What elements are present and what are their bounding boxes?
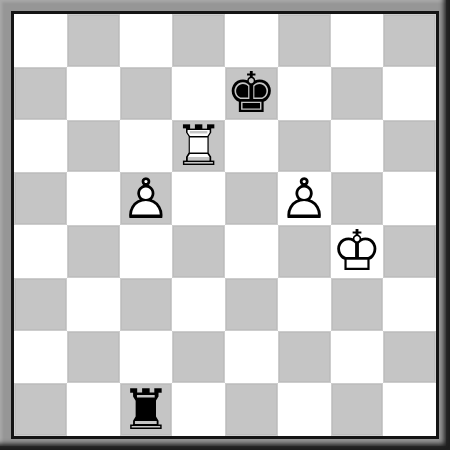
- square-d6[interactable]: ♜♖: [172, 120, 225, 173]
- square-f8[interactable]: [278, 14, 331, 67]
- black-king[interactable]: ♚: [225, 67, 278, 120]
- square-e1[interactable]: [225, 383, 278, 436]
- square-e8[interactable]: [225, 14, 278, 67]
- square-c3[interactable]: [120, 278, 173, 331]
- square-a3[interactable]: [14, 278, 67, 331]
- square-c5[interactable]: ♟♙: [120, 172, 173, 225]
- square-b2[interactable]: [67, 331, 120, 384]
- square-e7[interactable]: ♚: [225, 67, 278, 120]
- square-b6[interactable]: [67, 120, 120, 173]
- square-b5[interactable]: [67, 172, 120, 225]
- square-c1[interactable]: ♜: [120, 383, 173, 436]
- white-pawn-fill: ♟: [278, 172, 331, 225]
- square-h5[interactable]: [383, 172, 436, 225]
- square-f1[interactable]: [278, 383, 331, 436]
- square-f6[interactable]: [278, 120, 331, 173]
- square-c8[interactable]: [120, 14, 173, 67]
- white-pawn-outline: ♙: [120, 172, 173, 225]
- square-d2[interactable]: [172, 331, 225, 384]
- square-d1[interactable]: [172, 383, 225, 436]
- square-h3[interactable]: [383, 278, 436, 331]
- square-e6[interactable]: [225, 120, 278, 173]
- white-pawn-outline: ♙: [278, 172, 331, 225]
- chess-board: ♚♜♖♟♙♟♙♚♔♜: [11, 11, 439, 439]
- square-h1[interactable]: [383, 383, 436, 436]
- square-b1[interactable]: [67, 383, 120, 436]
- square-a4[interactable]: [14, 225, 67, 278]
- square-h7[interactable]: [383, 67, 436, 120]
- white-rook-outline: ♖: [172, 120, 225, 173]
- white-king[interactable]: ♚♔: [331, 225, 384, 278]
- square-d5[interactable]: [172, 172, 225, 225]
- square-h4[interactable]: [383, 225, 436, 278]
- square-h2[interactable]: [383, 331, 436, 384]
- square-c6[interactable]: [120, 120, 173, 173]
- square-d4[interactable]: [172, 225, 225, 278]
- white-pawn-fill: ♟: [120, 172, 173, 225]
- square-a1[interactable]: [14, 383, 67, 436]
- white-king-outline: ♔: [331, 225, 384, 278]
- square-f4[interactable]: [278, 225, 331, 278]
- square-e2[interactable]: [225, 331, 278, 384]
- square-g3[interactable]: [331, 278, 384, 331]
- square-g6[interactable]: [331, 120, 384, 173]
- white-rook[interactable]: ♜♖: [172, 120, 225, 173]
- white-pawn[interactable]: ♟♙: [120, 172, 173, 225]
- square-h8[interactable]: [383, 14, 436, 67]
- white-pawn[interactable]: ♟♙: [278, 172, 331, 225]
- square-f5[interactable]: ♟♙: [278, 172, 331, 225]
- square-f7[interactable]: [278, 67, 331, 120]
- square-e5[interactable]: [225, 172, 278, 225]
- white-king-fill: ♚: [331, 225, 384, 278]
- square-a5[interactable]: [14, 172, 67, 225]
- square-b4[interactable]: [67, 225, 120, 278]
- square-b7[interactable]: [67, 67, 120, 120]
- white-rook-fill: ♜: [172, 120, 225, 173]
- square-g2[interactable]: [331, 331, 384, 384]
- square-a6[interactable]: [14, 120, 67, 173]
- square-g5[interactable]: [331, 172, 384, 225]
- square-b3[interactable]: [67, 278, 120, 331]
- square-h6[interactable]: [383, 120, 436, 173]
- square-c4[interactable]: [120, 225, 173, 278]
- square-e3[interactable]: [225, 278, 278, 331]
- square-g4[interactable]: ♚♔: [331, 225, 384, 278]
- black-rook[interactable]: ♜: [120, 383, 173, 436]
- square-a8[interactable]: [14, 14, 67, 67]
- square-a7[interactable]: [14, 67, 67, 120]
- square-e4[interactable]: [225, 225, 278, 278]
- square-c7[interactable]: [120, 67, 173, 120]
- square-g8[interactable]: [331, 14, 384, 67]
- square-d3[interactable]: [172, 278, 225, 331]
- square-c2[interactable]: [120, 331, 173, 384]
- black-king-glyph: ♚: [225, 67, 278, 120]
- square-f3[interactable]: [278, 278, 331, 331]
- chess-diagram-frame: ♚♜♖♟♙♟♙♚♔♜: [0, 0, 450, 450]
- square-g7[interactable]: [331, 67, 384, 120]
- square-b8[interactable]: [67, 14, 120, 67]
- black-rook-glyph: ♜: [120, 383, 173, 436]
- square-a2[interactable]: [14, 331, 67, 384]
- square-f2[interactable]: [278, 331, 331, 384]
- square-d7[interactable]: [172, 67, 225, 120]
- square-g1[interactable]: [331, 383, 384, 436]
- square-d8[interactable]: [172, 14, 225, 67]
